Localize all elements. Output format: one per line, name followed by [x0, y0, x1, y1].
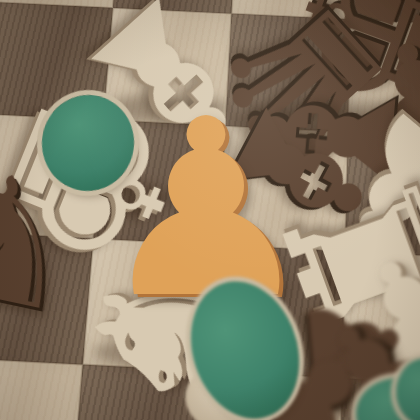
- board-square: [83, 239, 219, 372]
- board-square: [339, 378, 420, 420]
- board-square: [348, 19, 420, 138]
- board-square: [93, 120, 225, 245]
- board-square: [342, 251, 420, 385]
- board-square: [103, 8, 231, 126]
- board-square: [0, 2, 113, 120]
- board-square: [205, 371, 342, 420]
- board-square: [0, 358, 83, 420]
- chess-scene-photo: Overhead photo of a wooden chessboard st…: [0, 0, 420, 420]
- board-square: [219, 126, 348, 251]
- board-square: [0, 232, 93, 364]
- board-square: [71, 365, 212, 420]
- board-square: [345, 132, 420, 258]
- chess-board: [0, 0, 420, 420]
- board-square: [212, 245, 345, 378]
- board-square: [0, 114, 103, 239]
- board-square: [225, 14, 350, 132]
